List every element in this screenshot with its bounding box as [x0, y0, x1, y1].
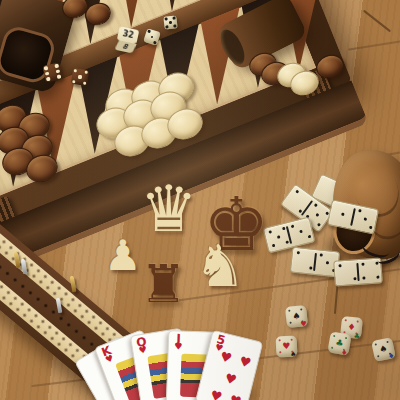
domino-pip: [363, 217, 367, 221]
card-index: J♥: [172, 333, 186, 351]
cream-pawn-chess-piece[interactable]: ♟: [104, 235, 142, 277]
domino-pip: [299, 230, 303, 234]
cream-knight-chess-piece[interactable]: ♞: [194, 237, 246, 295]
card-index: K♥: [99, 344, 118, 365]
domino-divider: [350, 208, 355, 226]
domino-pip: [317, 223, 322, 228]
poker-die-front-face: ♣: [353, 332, 360, 341]
domino-pip: [353, 277, 357, 281]
poker-die-front-face: ♠: [290, 350, 297, 358]
die-pip: [147, 30, 150, 33]
domino-pip: [341, 213, 345, 217]
die-pip: [45, 71, 49, 75]
domino-pip: [361, 263, 365, 267]
poker-die[interactable]: ♠♦: [371, 337, 396, 362]
tabletop-scene: 32 8 ♠♥♦♣♥♠♣♦♠♦♛♚♜♞♟K♥Q♥J♥5♥♥♥♥♥♥: [0, 0, 400, 400]
card-heart-pip: ♥: [228, 393, 242, 400]
domino-pip: [315, 213, 320, 218]
die-pip: [153, 41, 156, 44]
domino-pip: [297, 251, 301, 255]
die-pip: [164, 17, 167, 20]
domino-pip: [291, 224, 295, 228]
domino-pip: [272, 244, 276, 248]
die-pip: [44, 66, 48, 70]
walnut-rook-chess-piece[interactable]: ♜: [140, 258, 187, 310]
dice-brown[interactable]: [71, 68, 89, 86]
domino-pip: [314, 203, 319, 208]
card-heart-pip: ♥: [224, 371, 238, 386]
poker-die[interactable]: ♣♦: [327, 331, 351, 355]
poker-die[interactable]: ♠♥: [285, 305, 308, 328]
dice-brown[interactable]: [42, 62, 62, 82]
die-pip: [165, 25, 168, 28]
die-pip: [78, 75, 81, 78]
die-pip: [57, 74, 61, 78]
die-pip: [172, 16, 175, 19]
domino-divider: [301, 200, 313, 215]
domino-pip: [326, 261, 330, 265]
domino-pip: [308, 235, 312, 239]
domino-divider: [313, 253, 316, 271]
cream-queen-chess-piece[interactable]: ♛: [140, 177, 197, 241]
card-heart-pip: ♥: [219, 349, 233, 364]
card-heart-pip: ♥: [209, 388, 223, 400]
domino-tile[interactable]: [333, 257, 383, 286]
die-pip: [73, 80, 76, 83]
card-heart-pip: ♥: [238, 354, 252, 369]
domino-pip: [358, 209, 362, 213]
poker-die[interactable]: ♥♠: [275, 335, 297, 357]
domino-pip: [362, 276, 366, 280]
poker-die-front-face: ♦: [388, 352, 396, 361]
domino-pip: [376, 275, 380, 279]
domino-pip: [369, 226, 373, 230]
domino-divider: [356, 263, 359, 281]
poker-die-front-face: ♥: [300, 320, 307, 329]
domino-pip: [295, 190, 300, 195]
domino-pip: [277, 235, 281, 239]
die-pip: [83, 81, 86, 84]
die-pip: [150, 35, 153, 38]
die-pip: [55, 69, 59, 73]
die-pip: [46, 77, 50, 81]
poker-die-top-face: ♣: [327, 331, 351, 355]
die-pip: [84, 71, 87, 74]
domino-pip: [338, 264, 342, 268]
die-pip: [169, 21, 172, 24]
card-index: Q♥: [134, 336, 150, 356]
domino-pip: [320, 253, 324, 257]
die-pip: [54, 64, 58, 68]
die-pip: [74, 69, 77, 72]
dice-ivory[interactable]: [163, 15, 177, 29]
die-pip: [173, 24, 176, 27]
